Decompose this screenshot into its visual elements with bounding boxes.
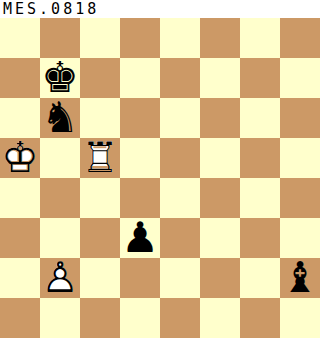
square-b4[interactable] [40,178,80,218]
move-prompt: 1. ? [0,338,320,360]
square-b3[interactable] [40,218,80,258]
square-c4[interactable] [80,178,120,218]
square-e4[interactable] [160,178,200,218]
square-h2[interactable]: ♝ [280,258,320,298]
square-b6[interactable]: ♞ [40,98,80,138]
square-c1[interactable] [80,298,120,338]
white-rook-fill: ♜ [80,138,120,178]
square-f6[interactable] [200,98,240,138]
square-a1[interactable] [0,298,40,338]
square-e8[interactable] [160,18,200,58]
chess-board: ♚♞♚♔♜♖♟♟♙♝ [0,18,320,338]
square-f2[interactable] [200,258,240,298]
square-f5[interactable] [200,138,240,178]
square-a2[interactable] [0,258,40,298]
square-f7[interactable] [200,58,240,98]
square-e5[interactable] [160,138,200,178]
square-a7[interactable] [0,58,40,98]
square-d5[interactable] [120,138,160,178]
white-king-fill: ♚ [0,138,40,178]
square-d4[interactable] [120,178,160,218]
square-g6[interactable] [240,98,280,138]
square-a5[interactable]: ♚♔ [0,138,40,178]
square-g7[interactable] [240,58,280,98]
white-pawn: ♙ [40,258,80,298]
square-e6[interactable] [160,98,200,138]
square-c5[interactable]: ♜♖ [80,138,120,178]
square-h1[interactable] [280,298,320,338]
square-c7[interactable] [80,58,120,98]
title-bar: MES.0818 [0,0,320,18]
page-title: MES.0818 [3,0,99,18]
square-g4[interactable] [240,178,280,218]
square-a8[interactable] [0,18,40,58]
black-king: ♚ [40,58,80,98]
square-f1[interactable] [200,298,240,338]
square-d6[interactable] [120,98,160,138]
square-c2[interactable] [80,258,120,298]
black-knight: ♞ [40,98,80,138]
square-a4[interactable] [0,178,40,218]
square-g3[interactable] [240,218,280,258]
white-rook: ♖ [80,138,120,178]
black-bishop: ♝ [280,258,320,298]
square-g5[interactable] [240,138,280,178]
square-h3[interactable] [280,218,320,258]
square-h5[interactable] [280,138,320,178]
square-h4[interactable] [280,178,320,218]
square-a3[interactable] [0,218,40,258]
square-d8[interactable] [120,18,160,58]
square-a6[interactable] [0,98,40,138]
square-e3[interactable] [160,218,200,258]
square-f8[interactable] [200,18,240,58]
square-e7[interactable] [160,58,200,98]
chess-diagram-window: MES.0818 ♚♞♚♔♜♖♟♟♙♝ 1. ? [0,0,320,360]
square-c6[interactable] [80,98,120,138]
white-pawn-fill: ♟ [40,258,80,298]
square-b5[interactable] [40,138,80,178]
square-g8[interactable] [240,18,280,58]
square-f3[interactable] [200,218,240,258]
square-b7[interactable]: ♚ [40,58,80,98]
square-e2[interactable] [160,258,200,298]
square-d1[interactable] [120,298,160,338]
square-d7[interactable] [120,58,160,98]
white-king: ♔ [0,138,40,178]
square-g2[interactable] [240,258,280,298]
square-d2[interactable] [120,258,160,298]
square-e1[interactable] [160,298,200,338]
square-c8[interactable] [80,18,120,58]
square-b8[interactable] [40,18,80,58]
square-f4[interactable] [200,178,240,218]
square-h8[interactable] [280,18,320,58]
square-b2[interactable]: ♟♙ [40,258,80,298]
square-h6[interactable] [280,98,320,138]
square-h7[interactable] [280,58,320,98]
square-c3[interactable] [80,218,120,258]
square-d3[interactable]: ♟ [120,218,160,258]
square-b1[interactable] [40,298,80,338]
square-g1[interactable] [240,298,280,338]
black-pawn: ♟ [120,218,160,258]
